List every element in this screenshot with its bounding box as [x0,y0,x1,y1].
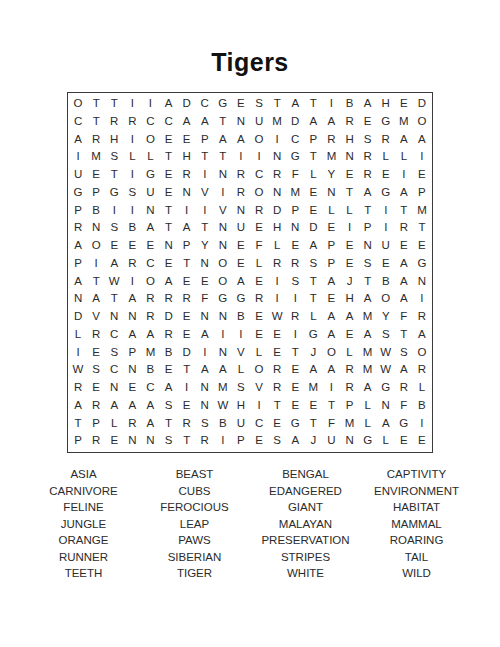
grid-cell-r18c2: R [87,397,105,415]
grid-cell-r8c3: S [105,219,123,237]
grid-cell-r8c12: H [268,219,286,237]
grid-cell-r16c8: A [196,361,214,379]
grid-cell-r14c1: L [69,326,87,344]
word-list-item-paws: PAWS [139,532,250,549]
grid-cell-r5c7: R [178,166,196,184]
grid-cell-r14c19: T [395,326,413,344]
grid-cell-r9c6: N [160,237,178,255]
grid-cell-r8c6: T [160,219,178,237]
grid-cell-r8c1: R [69,219,87,237]
grid-cell-r15c15: O [322,344,340,362]
grid-cell-r12c12: I [268,290,286,308]
grid-cell-r12c2: A [87,290,105,308]
grid-cell-r4c10: I [232,148,250,166]
grid-cell-r13c18: Y [377,308,395,326]
grid-cell-r13c9: N [214,308,232,326]
grid-cell-r17c14: M [304,379,322,397]
grid-cell-r4c16: N [341,148,359,166]
grid-cell-r20c14: J [304,432,322,450]
grid-cell-r8c10: U [232,219,250,237]
grid-cell-r16c10: L [232,361,250,379]
grid-cell-r9c19: E [395,237,413,255]
grid-cell-r5c1: U [69,166,87,184]
grid-cell-r19c18: A [377,415,395,433]
grid-cell-r6c7: N [178,184,196,202]
grid-cell-r8c18: I [377,219,395,237]
grid-cell-r2c7: A [178,113,196,131]
grid-cell-r15c2: E [87,344,105,362]
grid-cell-r9c11: F [250,237,268,255]
grid-cell-r7c19: T [395,202,413,220]
grid-cell-r16c15: A [322,361,340,379]
grid-cell-r1c10: E [232,95,250,113]
grid-cell-r2c15: A [322,113,340,131]
grid-cell-r20c7: T [178,432,196,450]
grid-cell-r20c16: N [341,432,359,450]
grid-cell-r6c3: G [105,184,123,202]
grid-cell-r9c10: E [232,237,250,255]
grid-cell-r16c17: M [359,361,377,379]
grid-cell-r9c13: E [286,237,304,255]
word-list-item-roaring: ROARING [361,532,472,549]
grid-cell-r16c7: T [178,361,196,379]
grid-cell-r2c19: M [395,113,413,131]
grid-cell-r19c17: L [359,415,377,433]
grid-cell-r16c14: A [304,361,322,379]
grid-cell-r6c9: I [214,184,232,202]
grid-cell-r11c3: W [105,273,123,291]
grid-cell-r17c20: L [413,379,431,397]
grid-cell-r4c11: I [250,148,268,166]
word-list-item-tail: TAIL [361,549,472,566]
grid-cell-r16c18: W [377,361,395,379]
grid-cell-r14c11: E [250,326,268,344]
grid-cell-r1c16: B [341,95,359,113]
grid-cell-r18c8: N [196,397,214,415]
grid-cell-r1c11: S [250,95,268,113]
grid-cell-r2c6: C [160,113,178,131]
grid-cell-r4c19: L [395,148,413,166]
grid-cell-r17c7: I [178,379,196,397]
grid-cell-r1c2: T [87,95,105,113]
grid-cell-r14c20: A [413,326,431,344]
grid-cell-r20c13: A [286,432,304,450]
grid-cell-r10c18: E [377,255,395,273]
grid-cell-r7c14: E [304,202,322,220]
grid-cell-r18c18: N [377,397,395,415]
grid-cell-r4c6: T [160,148,178,166]
grid-cell-r8c8: T [196,219,214,237]
grid-cell-r9c8: Y [196,237,214,255]
grid-cell-r15c6: B [160,344,178,362]
word-list-item-asia: ASIA [28,466,139,483]
grid-cell-r18c9: W [214,397,232,415]
grid-cell-r3c19: A [395,131,413,149]
grid-cell-r3c8: P [196,131,214,149]
grid-cell-r2c16: R [341,113,359,131]
word-list-item-edangered: EDANGERED [250,483,361,500]
grid-cell-r2c1: C [69,113,87,131]
grid-cell-r16c5: B [141,361,159,379]
grid-cell-r10c20: G [413,255,431,273]
grid-cell-r1c6: A [160,95,178,113]
grid-cell-r2c18: G [377,113,395,131]
grid-cell-r18c3: A [105,397,123,415]
grid-cell-r1c18: H [377,95,395,113]
grid-cell-r12c19: A [395,290,413,308]
grid-cell-r20c2: R [87,432,105,450]
grid-cell-r4c5: L [141,148,159,166]
grid-cell-r11c14: T [304,273,322,291]
grid-cell-r6c11: O [250,184,268,202]
grid-cell-r19c12: E [268,415,286,433]
grid-cell-r5c14: L [304,166,322,184]
grid-cell-r17c4: E [123,379,141,397]
word-list-item-siberian: SIBERIAN [139,549,250,566]
grid-cell-r8c20: T [413,219,431,237]
grid-cell-r18c19: F [395,397,413,415]
grid-cell-r9c4: E [123,237,141,255]
grid-cell-r5c11: C [250,166,268,184]
grid-cell-r16c3: C [105,361,123,379]
grid-cell-r6c19: A [395,184,413,202]
grid-cell-r3c18: R [377,131,395,149]
grid-cell-r20c17: G [359,432,377,450]
grid-cell-r7c3: I [105,202,123,220]
grid-cell-r8c11: E [250,219,268,237]
grid-cell-r4c2: M [87,148,105,166]
grid-cell-r13c19: F [395,308,413,326]
grid-cell-r15c5: M [141,344,159,362]
grid-cell-r14c10: I [232,326,250,344]
grid-cell-r17c12: R [268,379,286,397]
grid-cell-r2c9: T [214,113,232,131]
grid-cell-r4c17: R [359,148,377,166]
grid-cell-r12c16: H [341,290,359,308]
word-list-item-mammal: MAMMAL [361,516,472,533]
grid-cell-r8c9: N [214,219,232,237]
grid-cell-r7c5: N [141,202,159,220]
grid-cell-r8c7: A [178,219,196,237]
grid-cell-r13c7: E [178,308,196,326]
grid-cell-r19c14: T [304,415,322,433]
word-list-item-captivity: CAPTIVITY [361,466,472,483]
grid-cell-r7c8: I [196,202,214,220]
grid-cell-r7c20: M [413,202,431,220]
grid-cell-r6c20: P [413,184,431,202]
grid-cell-r20c19: E [395,432,413,450]
grid-cell-r18c10: H [232,397,250,415]
grid-cell-r4c13: G [286,148,304,166]
grid-cell-r11c19: A [395,273,413,291]
grid-cell-r8c17: P [359,219,377,237]
grid-cell-r5c15: Y [322,166,340,184]
grid-cell-r4c7: H [178,148,196,166]
grid-cell-r1c13: A [286,95,304,113]
grid-cell-r13c1: D [69,308,87,326]
grid-cell-r8c15: E [322,219,340,237]
grid-cell-r10c14: S [304,255,322,273]
grid-cell-r20c3: E [105,432,123,450]
grid-cell-r17c3: N [105,379,123,397]
grid-cell-r5c19: I [395,166,413,184]
grid-cell-r19c15: F [322,415,340,433]
grid-cell-r13c17: M [359,308,377,326]
grid-cell-r2c11: U [250,113,268,131]
grid-cell-r1c15: I [322,95,340,113]
grid-cell-r9c20: E [413,237,431,255]
grid-cell-r20c9: I [214,432,232,450]
grid-cell-r15c4: P [123,344,141,362]
grid-cell-r4c8: T [196,148,214,166]
grid-cell-r12c5: R [141,290,159,308]
word-list-item-habitat: HABITAT [361,499,472,516]
grid-cell-r16c6: E [160,361,178,379]
grid-cell-r7c16: L [341,202,359,220]
grid-cell-r17c10: S [232,379,250,397]
grid-cell-r13c4: N [123,308,141,326]
grid-cell-r4c3: S [105,148,123,166]
grid-cell-r5c2: E [87,166,105,184]
grid-cell-r19c1: T [69,415,87,433]
grid-cell-r19c19: G [395,415,413,433]
grid-cell-r17c5: C [141,379,159,397]
grid-cell-r12c15: E [322,290,340,308]
grid-cell-r16c11: O [250,361,268,379]
grid-cell-r20c1: P [69,432,87,450]
word-list-item-wild: WILD [361,565,472,582]
grid-cell-r8c16: I [341,219,359,237]
grid-cell-r15c12: E [268,344,286,362]
grid-cell-r12c14: T [304,290,322,308]
grid-cell-r4c9: T [214,148,232,166]
word-list-item-runner: RUNNER [28,549,139,566]
grid-cell-r2c8: A [196,113,214,131]
grid-cell-r7c2: B [87,202,105,220]
grid-cell-r12c13: I [286,290,304,308]
grid-cell-r16c12: R [268,361,286,379]
grid-cell-r12c6: R [160,290,178,308]
grid-cell-r10c16: E [341,255,359,273]
grid-cell-r19c8: S [196,415,214,433]
grid-cell-r18c17: L [359,397,377,415]
grid-cell-r15c7: D [178,344,196,362]
grid-cell-r4c18: L [377,148,395,166]
grid-cell-r3c7: E [178,131,196,149]
grid-cell-r19c5: A [141,415,159,433]
grid-cell-r9c5: E [141,237,159,255]
grid-cell-r6c2: P [87,184,105,202]
grid-cell-r15c19: S [395,344,413,362]
grid-cell-r7c7: I [178,202,196,220]
grid-cell-r7c17: T [359,202,377,220]
word-list-item-jungle: JUNGLE [28,516,139,533]
grid-cell-r19c10: U [232,415,250,433]
grid-cell-r11c20: N [413,273,431,291]
word-list-item-giant: GIANT [250,499,361,516]
grid-cell-r18c12: T [268,397,286,415]
grid-cell-r11c10: A [232,273,250,291]
grid-cell-r9c15: P [322,237,340,255]
grid-cell-r1c17: A [359,95,377,113]
grid-cell-r8c2: N [87,219,105,237]
word-list-item-leap: LEAP [139,516,250,533]
grid-cell-r15c1: I [69,344,87,362]
grid-cell-r3c5: O [141,131,159,149]
grid-cell-r17c16: R [341,379,359,397]
grid-cell-r8c19: R [395,219,413,237]
grid-cell-r17c6: A [160,379,178,397]
grid-cell-r11c16: J [341,273,359,291]
grid-cell-r11c1: A [69,273,87,291]
grid-cell-r10c7: T [178,255,196,273]
grid-cell-r6c10: R [232,184,250,202]
grid-cell-r19c16: M [341,415,359,433]
grid-cell-r3c1: A [69,131,87,149]
grid-cell-r11c6: A [160,273,178,291]
grid-cell-r2c3: R [105,113,123,131]
grid-cell-r20c12: S [268,432,286,450]
grid-cell-r20c18: L [377,432,395,450]
grid-cell-r2c4: R [123,113,141,131]
grid-cell-r18c13: E [286,397,304,415]
grid-cell-r5c8: I [196,166,214,184]
grid-cell-r15c20: O [413,344,431,362]
grid-cell-r20c15: U [322,432,340,450]
grid-cell-r5c20: E [413,166,431,184]
grid-cell-r9c12: L [268,237,286,255]
grid-cell-r5c3: T [105,166,123,184]
grid-cell-r5c12: R [268,166,286,184]
grid-cell-r5c5: G [141,166,159,184]
word-list-item-white: WHITE [250,565,361,582]
grid-cell-r16c20: R [413,361,431,379]
grid-cell-r11c4: I [123,273,141,291]
grid-cell-r20c6: S [160,432,178,450]
grid-cell-r17c9: M [214,379,232,397]
grid-cell-r14c2: R [87,326,105,344]
grid-cell-r19c4: R [123,415,141,433]
grid-cell-r16c2: S [87,361,105,379]
grid-cell-r3c3: H [105,131,123,149]
grid-cell-r18c4: A [123,397,141,415]
grid-cell-r7c15: L [322,202,340,220]
grid-cell-r2c12: M [268,113,286,131]
grid-cell-r16c1: W [69,361,87,379]
grid-cell-r17c13: E [286,379,304,397]
grid-cell-r2c2: T [87,113,105,131]
grid-cell-r19c20: I [413,415,431,433]
grid-cell-r5c9: N [214,166,232,184]
grid-cell-r7c11: R [250,202,268,220]
grid-cell-r15c13: T [286,344,304,362]
grid-cell-r13c3: N [105,308,123,326]
grid-cell-r10c2: I [87,255,105,273]
grid-cell-r13c6: D [160,308,178,326]
grid-cell-r6c18: G [377,184,395,202]
grid-cell-r5c18: E [377,166,395,184]
grid-cell-r12c8: F [196,290,214,308]
grid-cell-r5c17: R [359,166,377,184]
grid-cell-r10c19: A [395,255,413,273]
grid-cell-r8c5: A [141,219,159,237]
grid-cell-r9c1: A [69,237,87,255]
grid-cell-r3c10: A [232,131,250,149]
grid-cell-r4c15: M [322,148,340,166]
grid-cell-r3c14: P [304,131,322,149]
grid-cell-r10c5: C [141,255,159,273]
grid-cell-r13c5: R [141,308,159,326]
grid-cell-r15c18: W [377,344,395,362]
grid-cell-r15c11: L [250,344,268,362]
grid-cell-r7c6: T [160,202,178,220]
grid-cell-r3c13: C [286,131,304,149]
grid-cell-r2c10: N [232,113,250,131]
grid-cell-r10c4: R [123,255,141,273]
word-list-item-feline: FELINE [28,499,139,516]
grid-cell-r13c11: E [250,308,268,326]
grid-cell-r9c9: N [214,237,232,255]
grid-cell-r12c20: I [413,290,431,308]
grid-cell-r15c3: S [105,344,123,362]
grid-cell-r6c8: V [196,184,214,202]
grid-cell-r3c9: A [214,131,232,149]
grid-cell-r10c3: A [105,255,123,273]
grid-cell-r6c17: A [359,184,377,202]
grid-cell-r6c16: T [341,184,359,202]
grid-cell-r14c15: A [322,326,340,344]
grid-cell-r3c11: O [250,131,268,149]
grid-cell-r6c12: N [268,184,286,202]
grid-cell-r17c11: V [250,379,268,397]
grid-cell-r5c10: R [232,166,250,184]
grid-cell-r20c5: N [141,432,159,450]
grid-cell-r5c6: E [160,166,178,184]
grid-cell-r12c18: O [377,290,395,308]
grid-cell-r5c4: I [123,166,141,184]
grid-cell-r13c10: B [232,308,250,326]
grid-cell-r8c14: D [304,219,322,237]
grid-cell-r20c10: P [232,432,250,450]
word-list-item-stripes: STRIPES [250,549,361,566]
grid-cell-r4c20: I [413,148,431,166]
grid-cell-r18c1: A [69,397,87,415]
grid-cell-r3c15: R [322,131,340,149]
grid-cell-r1c12: T [268,95,286,113]
grid-cell-r9c16: E [341,237,359,255]
grid-cell-r15c8: I [196,344,214,362]
grid-cell-r15c10: V [232,344,250,362]
grid-cell-r3c6: E [160,131,178,149]
grid-cell-r14c8: A [196,326,214,344]
grid-cell-r2c5: C [141,113,159,131]
grid-cell-r15c17: M [359,344,377,362]
grid-cell-r1c7: D [178,95,196,113]
grid-cell-r4c1: I [69,148,87,166]
grid-cell-r10c17: S [359,255,377,273]
grid-cell-r14c9: I [214,326,232,344]
grid-cell-r2c17: E [359,113,377,131]
grid-cell-r10c15: P [322,255,340,273]
word-list: ASIABEASTBENGALCAPTIVITYCARNIVORECUBSEDA… [28,466,472,582]
grid-cell-r14c13: I [286,326,304,344]
grid-cell-r14c7: E [178,326,196,344]
grid-cell-r6c4: S [123,184,141,202]
grid-cell-r9c14: A [304,237,322,255]
grid-cell-r1c19: E [395,95,413,113]
grid-cell-r18c6: S [160,397,178,415]
grid-cell-r1c3: T [105,95,123,113]
